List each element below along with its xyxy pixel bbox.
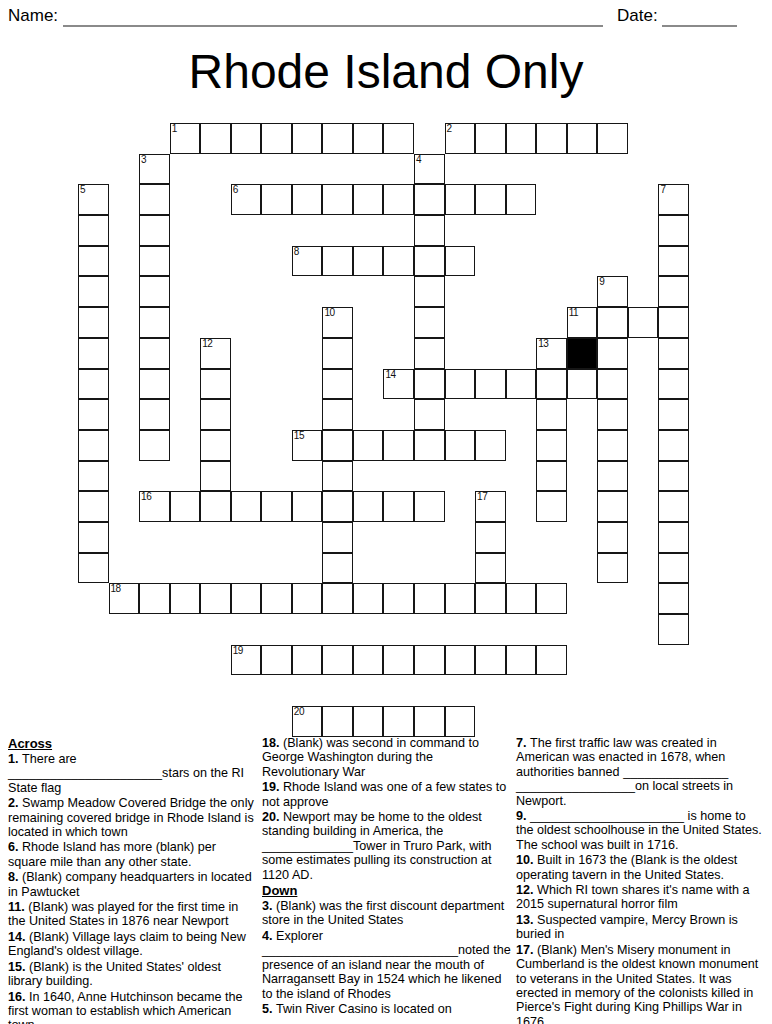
- grid-cell[interactable]: [628, 307, 659, 338]
- grid-cell[interactable]: 3: [139, 154, 170, 185]
- grid-cell[interactable]: [200, 399, 231, 430]
- grid-cell[interactable]: [261, 583, 292, 614]
- grid-cell[interactable]: 20: [292, 706, 323, 737]
- clue-number: 16.: [8, 990, 29, 1004]
- grid-cell[interactable]: 18: [109, 583, 140, 614]
- grid-cell[interactable]: [536, 369, 567, 400]
- grid-cell[interactable]: [475, 553, 506, 584]
- grid-cell[interactable]: [506, 184, 537, 215]
- clue-number: 18.: [262, 736, 283, 750]
- grid-cell[interactable]: [322, 522, 353, 553]
- clue-number: 14.: [8, 930, 29, 944]
- clue-text: Newport may be home to the oldest standi…: [262, 810, 492, 882]
- clue-number: 4.: [262, 929, 276, 943]
- grid-cell[interactable]: [597, 461, 628, 492]
- grid-cell[interactable]: [475, 369, 506, 400]
- grid-cell[interactable]: [231, 583, 262, 614]
- grid-cell[interactable]: [383, 645, 414, 676]
- grid-cell[interactable]: [139, 399, 170, 430]
- clue-number: 11.: [8, 900, 28, 914]
- date-label: Date:: [617, 6, 658, 26]
- grid-cell[interactable]: [139, 307, 170, 338]
- grid-cell[interactable]: [597, 430, 628, 461]
- grid-cell[interactable]: [322, 430, 353, 461]
- cell-number: 17: [477, 492, 487, 502]
- grid-cell[interactable]: [475, 522, 506, 553]
- clue-text: There are ______________________stars on…: [8, 752, 244, 795]
- grid-cell[interactable]: [322, 461, 353, 492]
- grid-cell[interactable]: [139, 583, 170, 614]
- grid-cell[interactable]: [322, 123, 353, 154]
- clue-2: 2. Swamp Meadow Covered Bridge the only …: [8, 796, 256, 839]
- grid-cell[interactable]: [414, 645, 445, 676]
- clue-text: Built in 1673 the (Blank is the oldest o…: [516, 853, 737, 881]
- grid-cell[interactable]: [322, 706, 353, 737]
- grid-cell[interactable]: [567, 123, 598, 154]
- clue-14: 14. (Blank) Village lays claim to being …: [8, 930, 256, 959]
- grid-cell[interactable]: [414, 430, 445, 461]
- grid-cell[interactable]: [658, 369, 689, 400]
- grid-cell[interactable]: [445, 645, 476, 676]
- grid-cell[interactable]: [353, 706, 384, 737]
- grid-cell[interactable]: 14: [383, 369, 414, 400]
- clue-17: 17. (Blank) Men's Misery monument in Cum…: [516, 943, 764, 1024]
- grid-cell[interactable]: [139, 184, 170, 215]
- cell-number: 4: [416, 155, 421, 165]
- clue-number: 5.: [262, 1002, 276, 1016]
- crossword-grid: 1234567891011121314151617181920: [78, 123, 689, 737]
- cell-number: 20: [294, 707, 304, 717]
- clue-number: 19.: [262, 780, 283, 794]
- clues-area: Across1. There are _____________________…: [8, 736, 768, 1020]
- name-label: Name:: [8, 6, 58, 26]
- grid-cell[interactable]: [506, 645, 537, 676]
- grid-cell[interactable]: [414, 276, 445, 307]
- clue-list-header-down: Down: [262, 883, 512, 898]
- grid-cell[interactable]: [322, 184, 353, 215]
- grid-cell[interactable]: 2: [445, 123, 476, 154]
- grid-cell[interactable]: [200, 123, 231, 154]
- clue-13: 13. Suspected vampire, Mercy Brown is bu…: [516, 913, 764, 942]
- cell-number: 1: [172, 124, 177, 134]
- clue-number: 8.: [8, 870, 22, 884]
- grid-cell[interactable]: [445, 184, 476, 215]
- clue-number: 9.: [516, 809, 530, 823]
- clue-18: 18. (Blank) was second in command to Geo…: [262, 736, 512, 779]
- clue-list-header-across: Across: [8, 736, 256, 751]
- grid-cell[interactable]: [231, 491, 262, 522]
- clue-9: 9. ______________________ is home to the…: [516, 809, 764, 852]
- grid-cell[interactable]: 19: [231, 645, 262, 676]
- clue-1: 1. There are ______________________stars…: [8, 752, 256, 795]
- grid-cell[interactable]: [78, 491, 109, 522]
- grid-cell[interactable]: 15: [292, 430, 323, 461]
- cell-number: 9: [599, 277, 604, 287]
- clue-column-2: 18. (Blank) was second in command to Geo…: [262, 736, 512, 1017]
- clue-text: (Blank) was second in command to George …: [262, 736, 479, 779]
- grid-cell[interactable]: 10: [322, 307, 353, 338]
- grid-cell[interactable]: [414, 246, 445, 277]
- clue-text: Which RI town shares it's name with a 20…: [516, 883, 749, 911]
- grid-cell[interactable]: [322, 246, 353, 277]
- grid-cell[interactable]: [414, 369, 445, 400]
- clue-number: 10.: [516, 853, 537, 867]
- grid-cell[interactable]: 17: [475, 491, 506, 522]
- grid-cell[interactable]: [536, 399, 567, 430]
- grid-cell[interactable]: [414, 184, 445, 215]
- clue-10: 10. Built in 1673 the (Blank is the olde…: [516, 853, 764, 882]
- clue-number: 20.: [262, 810, 283, 824]
- grid-cell[interactable]: [200, 491, 231, 522]
- grid-cell[interactable]: [597, 123, 628, 154]
- cell-number: 19: [233, 646, 243, 656]
- cell-number: 13: [538, 339, 548, 349]
- grid-cell[interactable]: [200, 430, 231, 461]
- grid-cell[interactable]: [445, 706, 476, 737]
- clue-number: 13.: [516, 913, 537, 927]
- grid-cell[interactable]: [78, 276, 109, 307]
- grid-cell[interactable]: [78, 338, 109, 369]
- grid-cell-black: [567, 338, 598, 369]
- grid-cell[interactable]: [536, 583, 567, 614]
- grid-cell[interactable]: [597, 307, 628, 338]
- grid-cell[interactable]: 4: [414, 154, 445, 185]
- cell-number: 6: [233, 185, 238, 195]
- grid-cell[interactable]: [322, 645, 353, 676]
- grid-cell[interactable]: [261, 645, 292, 676]
- grid-cell[interactable]: [658, 246, 689, 277]
- grid-cell[interactable]: [322, 369, 353, 400]
- clue-7: 7. The first traffic law was created in …: [516, 736, 764, 808]
- grid-cell[interactable]: [414, 338, 445, 369]
- grid-cell[interactable]: [658, 491, 689, 522]
- grid-cell[interactable]: [414, 491, 445, 522]
- grid-cell[interactable]: [78, 215, 109, 246]
- grid-cell[interactable]: 6: [231, 184, 262, 215]
- grid-cell[interactable]: [383, 430, 414, 461]
- clue-number: 1.: [8, 752, 22, 766]
- clue-5: 5. Twin River Casino is located on: [262, 1002, 512, 1016]
- grid-cell[interactable]: [170, 491, 201, 522]
- grid-cell[interactable]: [597, 399, 628, 430]
- grid-cell[interactable]: [139, 369, 170, 400]
- grid-cell[interactable]: [536, 461, 567, 492]
- grid-cell[interactable]: [353, 123, 384, 154]
- grid-cell[interactable]: [78, 522, 109, 553]
- clue-text: The first traffic law was created in Ame…: [516, 736, 733, 808]
- grid-cell[interactable]: [353, 430, 384, 461]
- grid-cell[interactable]: [506, 583, 537, 614]
- grid-cell[interactable]: [475, 583, 506, 614]
- clue-text: (Blank) was the first discount departmen…: [262, 899, 504, 927]
- grid-cell[interactable]: 11: [567, 307, 598, 338]
- clue-11: 11. (Blank) was played for the first tim…: [8, 900, 256, 929]
- cell-number: 11: [569, 308, 578, 318]
- grid-cell[interactable]: [445, 369, 476, 400]
- clue-text: Rhode Island has more (blank) per square…: [8, 840, 216, 868]
- grid-cell[interactable]: [658, 614, 689, 645]
- grid-cell[interactable]: [536, 123, 567, 154]
- grid-cell[interactable]: [536, 645, 567, 676]
- grid-cell[interactable]: [200, 369, 231, 400]
- cell-number: 16: [141, 492, 151, 502]
- clue-text: Suspected vampire, Mercy Brown is buried…: [516, 913, 738, 941]
- grid-cell[interactable]: [597, 491, 628, 522]
- grid-cell[interactable]: [658, 215, 689, 246]
- clue-6: 6. Rhode Island has more (blank) per squ…: [8, 840, 256, 869]
- grid-cell[interactable]: 13: [536, 338, 567, 369]
- grid-cell[interactable]: 7: [658, 184, 689, 215]
- grid-cell[interactable]: [536, 430, 567, 461]
- clue-number: 15.: [8, 960, 29, 974]
- date-write-line[interactable]: [662, 7, 737, 27]
- cell-number: 15: [294, 431, 304, 441]
- grid-cell[interactable]: [78, 399, 109, 430]
- clue-4: 4. Explorer ____________________________…: [262, 929, 512, 1001]
- grid-cell[interactable]: [322, 553, 353, 584]
- grid-cell[interactable]: [78, 369, 109, 400]
- clue-text: (Blank) was played for the first time in…: [8, 900, 238, 928]
- clue-16: 16. In 1640, Anne Hutchinson became the …: [8, 990, 256, 1024]
- grid-cell[interactable]: [658, 399, 689, 430]
- grid-cell[interactable]: [658, 461, 689, 492]
- clue-text: (Blank) Village lays claim to being New …: [8, 930, 246, 958]
- grid-cell[interactable]: [292, 583, 323, 614]
- cell-number: 10: [324, 308, 334, 318]
- grid-cell[interactable]: 16: [139, 491, 170, 522]
- clue-text: (Blank) company headquarters in located …: [8, 870, 252, 898]
- grid-cell[interactable]: [353, 491, 384, 522]
- clue-text: Explorer ____________________________not…: [262, 929, 511, 1001]
- grid-cell[interactable]: 12: [200, 338, 231, 369]
- grid-cell[interactable]: [383, 706, 414, 737]
- grid-cell[interactable]: [475, 645, 506, 676]
- grid-cell[interactable]: [78, 461, 109, 492]
- cell-number: 2: [447, 124, 452, 134]
- clue-text: Rhode Island was one of a few states to …: [262, 780, 506, 808]
- grid-cell[interactable]: [414, 706, 445, 737]
- grid-cell[interactable]: [78, 246, 109, 277]
- clue-text: ______________________ is home to the ol…: [516, 809, 762, 852]
- grid-cell[interactable]: [292, 645, 323, 676]
- grid-cell[interactable]: [567, 369, 598, 400]
- clue-19: 19. Rhode Island was one of a few states…: [262, 780, 512, 809]
- cell-number: 14: [385, 370, 395, 380]
- grid-cell[interactable]: [658, 430, 689, 461]
- grid-cell[interactable]: [414, 215, 445, 246]
- clue-number: 2.: [8, 796, 22, 810]
- cell-number: 18: [111, 584, 121, 594]
- grid-cell[interactable]: [475, 123, 506, 154]
- grid-cell[interactable]: [322, 338, 353, 369]
- clue-number: 7.: [516, 736, 530, 750]
- grid-cell[interactable]: [353, 583, 384, 614]
- grid-cell[interactable]: [414, 399, 445, 430]
- grid-cell[interactable]: [322, 491, 353, 522]
- grid-cell[interactable]: [139, 215, 170, 246]
- clue-number: 17.: [516, 943, 537, 957]
- clue-text: Twin River Casino is located on: [276, 1002, 452, 1016]
- grid-cell[interactable]: [414, 307, 445, 338]
- grid-cell[interactable]: [597, 338, 628, 369]
- grid-cell[interactable]: [139, 338, 170, 369]
- clue-number: 6.: [8, 840, 22, 854]
- grid-cell[interactable]: [292, 184, 323, 215]
- grid-cell[interactable]: [261, 491, 292, 522]
- grid-cell[interactable]: [658, 553, 689, 584]
- grid-cell[interactable]: [445, 583, 476, 614]
- clue-20: 20. Newport may be home to the oldest st…: [262, 810, 512, 882]
- grid-cell[interactable]: [658, 276, 689, 307]
- grid-cell[interactable]: [475, 430, 506, 461]
- grid-cell[interactable]: 5: [78, 184, 109, 215]
- puzzle-title: Rhode Island Only: [0, 44, 772, 99]
- clue-8: 8. (Blank) company headquarters in locat…: [8, 870, 256, 899]
- cell-number: 7: [660, 185, 665, 195]
- clue-text: Swamp Meadow Covered Bridge the only rem…: [8, 796, 254, 839]
- grid-cell[interactable]: [658, 338, 689, 369]
- grid-cell[interactable]: [658, 522, 689, 553]
- grid-cell[interactable]: [445, 430, 476, 461]
- grid-cell[interactable]: [445, 246, 476, 277]
- cell-number: 3: [141, 155, 146, 165]
- grid-cell[interactable]: 9: [597, 276, 628, 307]
- clue-12: 12. Which RI town shares it's name with …: [516, 883, 764, 912]
- grid-cell[interactable]: [353, 184, 384, 215]
- clue-column-3: 7. The first traffic law was created in …: [516, 736, 764, 1024]
- grid-cell[interactable]: [597, 553, 628, 584]
- cell-number: 8: [294, 247, 299, 257]
- grid-cell[interactable]: [261, 123, 292, 154]
- grid-cell[interactable]: [231, 123, 262, 154]
- grid-cell[interactable]: [475, 184, 506, 215]
- clue-3: 3. (Blank) was the first discount depart…: [262, 899, 512, 928]
- grid-cell[interactable]: 1: [170, 123, 201, 154]
- grid-cell[interactable]: [292, 123, 323, 154]
- grid-cell[interactable]: [322, 583, 353, 614]
- clue-column-1: Across1. There are _____________________…: [8, 736, 256, 1024]
- clue-text: In 1640, Anne Hutchinson became the firs…: [8, 990, 243, 1024]
- grid-cell[interactable]: [383, 246, 414, 277]
- grid-cell[interactable]: [383, 583, 414, 614]
- grid-cell[interactable]: [78, 553, 109, 584]
- clue-number: 3.: [262, 899, 276, 913]
- grid-cell[interactable]: [139, 246, 170, 277]
- grid-cell[interactable]: [383, 123, 414, 154]
- grid-cell[interactable]: [292, 491, 323, 522]
- grid-cell[interactable]: [170, 583, 201, 614]
- grid-cell[interactable]: [658, 583, 689, 614]
- grid-cell[interactable]: [353, 246, 384, 277]
- cell-number: 5: [80, 185, 85, 195]
- grid-cell[interactable]: [414, 583, 445, 614]
- grid-cell[interactable]: [139, 276, 170, 307]
- grid-cell[interactable]: [506, 123, 537, 154]
- grid-cell[interactable]: [597, 522, 628, 553]
- name-write-line[interactable]: [63, 7, 603, 27]
- grid-cell[interactable]: [200, 583, 231, 614]
- grid-cell[interactable]: [353, 645, 384, 676]
- grid-cell[interactable]: [536, 491, 567, 522]
- grid-cell[interactable]: [506, 369, 537, 400]
- clue-number: 12.: [516, 883, 537, 897]
- clue-text: (Blank) Men's Misery monument in Cumberl…: [516, 943, 758, 1024]
- grid-cell[interactable]: [78, 307, 109, 338]
- grid-cell[interactable]: [261, 184, 292, 215]
- clue-text: (Blank) is the United States' oldest lib…: [8, 960, 221, 988]
- grid-cell[interactable]: [322, 399, 353, 430]
- cell-number: 12: [202, 339, 212, 349]
- grid-cell[interactable]: 8: [292, 246, 323, 277]
- clue-15: 15. (Blank) is the United States' oldest…: [8, 960, 256, 989]
- grid-cell[interactable]: [139, 430, 170, 461]
- grid-cell[interactable]: [658, 307, 689, 338]
- grid-cell[interactable]: [383, 184, 414, 215]
- grid-cell[interactable]: [78, 430, 109, 461]
- grid-cell[interactable]: [200, 461, 231, 492]
- grid-cell[interactable]: [597, 369, 628, 400]
- grid-cell[interactable]: [383, 491, 414, 522]
